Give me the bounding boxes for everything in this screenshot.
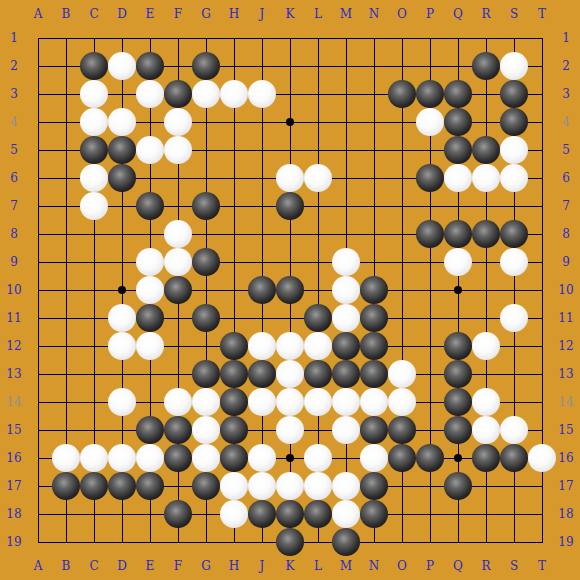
coord-bottom-G: G	[201, 560, 211, 572]
coord-right-7: 7	[562, 200, 570, 212]
stone-black-E7[interactable]	[136, 192, 164, 220]
stone-white-D4[interactable]	[108, 108, 136, 136]
hoshi-D10	[118, 286, 126, 294]
coord-top-H: H	[229, 8, 239, 20]
stone-black-M13[interactable]	[332, 360, 360, 388]
stone-white-P4[interactable]	[416, 108, 444, 136]
coord-bottom-B: B	[62, 560, 71, 572]
stone-white-L6[interactable]	[304, 164, 332, 192]
coord-right-18: 18	[558, 508, 573, 520]
stone-white-R6[interactable]	[472, 164, 500, 192]
stone-white-B16[interactable]	[52, 444, 80, 472]
stone-black-F15[interactable]	[164, 416, 192, 444]
coord-top-C: C	[89, 8, 98, 20]
stone-black-O3[interactable]	[388, 80, 416, 108]
stone-white-M17[interactable]	[332, 472, 360, 500]
stone-black-B17[interactable]	[52, 472, 80, 500]
coord-bottom-S: S	[510, 560, 518, 572]
coord-right-11: 11	[558, 312, 573, 324]
coord-top-D: D	[117, 8, 127, 20]
hoshi-K4	[286, 118, 294, 126]
coord-top-O: O	[397, 8, 407, 20]
stone-white-E10[interactable]	[136, 276, 164, 304]
stone-white-F5[interactable]	[164, 136, 192, 164]
coord-bottom-R: R	[481, 560, 490, 572]
stone-white-F14[interactable]	[164, 388, 192, 416]
stone-white-G15[interactable]	[192, 416, 220, 444]
stone-black-G9[interactable]	[192, 248, 220, 276]
stone-black-J10[interactable]	[248, 276, 276, 304]
coord-top-L: L	[314, 8, 322, 20]
stone-white-E16[interactable]	[136, 444, 164, 472]
stone-white-C6[interactable]	[80, 164, 108, 192]
stone-black-S8[interactable]	[500, 220, 528, 248]
coord-right-5: 5	[562, 144, 570, 156]
stone-black-Q8[interactable]	[444, 220, 472, 248]
stone-white-K12[interactable]	[276, 332, 304, 360]
coord-top-E: E	[146, 8, 155, 20]
stone-black-N12[interactable]	[360, 332, 388, 360]
coord-bottom-T: T	[538, 560, 546, 572]
coord-bottom-N: N	[369, 560, 380, 572]
coord-bottom-E: E	[146, 560, 155, 572]
coord-left-18: 18	[6, 508, 21, 520]
coord-right-12: 12	[558, 340, 573, 352]
coord-right-17: 17	[558, 480, 573, 492]
coord-bottom-D: D	[117, 560, 127, 572]
stone-white-F9[interactable]	[164, 248, 192, 276]
stone-white-M11[interactable]	[332, 304, 360, 332]
stone-white-H18[interactable]	[220, 500, 248, 528]
stone-white-M10[interactable]	[332, 276, 360, 304]
stone-white-S15[interactable]	[500, 416, 528, 444]
stone-black-L11[interactable]	[304, 304, 332, 332]
stone-black-D6[interactable]	[108, 164, 136, 192]
stone-white-Q9[interactable]	[444, 248, 472, 276]
coord-top-M: M	[340, 8, 352, 20]
stone-black-Q12[interactable]	[444, 332, 472, 360]
stone-black-P3[interactable]	[416, 80, 444, 108]
stone-white-D14[interactable]	[108, 388, 136, 416]
stone-black-G11[interactable]	[192, 304, 220, 332]
coord-top-S: S	[510, 8, 518, 20]
coord-top-J: J	[260, 8, 265, 20]
stone-white-R14[interactable]	[472, 388, 500, 416]
stone-black-O15[interactable]	[388, 416, 416, 444]
hoshi-Q10	[454, 286, 462, 294]
stone-white-S9[interactable]	[500, 248, 528, 276]
coord-top-A: A	[34, 8, 43, 20]
stone-white-R12[interactable]	[472, 332, 500, 360]
stone-white-G3[interactable]	[192, 80, 220, 108]
stone-white-N16[interactable]	[360, 444, 388, 472]
stone-black-R5[interactable]	[472, 136, 500, 164]
stone-white-M18[interactable]	[332, 500, 360, 528]
stone-white-E3[interactable]	[136, 80, 164, 108]
coord-bottom-O: O	[397, 560, 407, 572]
stone-white-J12[interactable]	[248, 332, 276, 360]
coord-left-6: 6	[10, 172, 18, 184]
coord-left-12: 12	[6, 340, 21, 352]
stone-white-H3[interactable]	[220, 80, 248, 108]
stone-white-L14[interactable]	[304, 388, 332, 416]
stone-black-L13[interactable]	[304, 360, 332, 388]
stone-black-K18[interactable]	[276, 500, 304, 528]
coord-bottom-Q: Q	[453, 560, 463, 572]
coord-right-16: 16	[558, 452, 573, 464]
stone-black-C17[interactable]	[80, 472, 108, 500]
stone-white-E9[interactable]	[136, 248, 164, 276]
stone-black-G17[interactable]	[192, 472, 220, 500]
stone-black-F10[interactable]	[164, 276, 192, 304]
coord-left-19: 19	[6, 536, 21, 548]
coord-right-14: 14	[558, 396, 573, 408]
stone-white-N14[interactable]	[360, 388, 388, 416]
hoshi-Q16	[454, 454, 462, 462]
stone-white-F4[interactable]	[164, 108, 192, 136]
stone-white-K13[interactable]	[276, 360, 304, 388]
stone-black-M19[interactable]	[332, 528, 360, 556]
stone-black-Q4[interactable]	[444, 108, 472, 136]
stone-black-G7[interactable]	[192, 192, 220, 220]
stone-black-K19[interactable]	[276, 528, 304, 556]
stone-white-G16[interactable]	[192, 444, 220, 472]
coord-left-2: 2	[10, 60, 18, 72]
stone-white-F8[interactable]	[164, 220, 192, 248]
stone-white-D2[interactable]	[108, 52, 136, 80]
stone-white-M9[interactable]	[332, 248, 360, 276]
coord-right-9: 9	[562, 256, 570, 268]
stone-white-K14[interactable]	[276, 388, 304, 416]
coord-bottom-C: C	[89, 560, 98, 572]
stone-black-D17[interactable]	[108, 472, 136, 500]
stone-black-P6[interactable]	[416, 164, 444, 192]
stone-black-G2[interactable]	[192, 52, 220, 80]
stone-black-N10[interactable]	[360, 276, 388, 304]
coord-right-8: 8	[562, 228, 570, 240]
coord-left-5: 5	[10, 144, 18, 156]
stone-white-E5[interactable]	[136, 136, 164, 164]
stone-white-G14[interactable]	[192, 388, 220, 416]
stone-black-R16[interactable]	[472, 444, 500, 472]
coord-right-6: 6	[562, 172, 570, 184]
stone-white-H17[interactable]	[220, 472, 248, 500]
coord-left-17: 17	[6, 480, 21, 492]
stone-black-N18[interactable]	[360, 500, 388, 528]
stone-black-D5[interactable]	[108, 136, 136, 164]
stone-white-L12[interactable]	[304, 332, 332, 360]
coord-left-3: 3	[10, 88, 18, 100]
coord-top-N: N	[369, 8, 380, 20]
stone-black-C2[interactable]	[80, 52, 108, 80]
stone-black-E17[interactable]	[136, 472, 164, 500]
coord-right-19: 19	[558, 536, 573, 548]
stone-black-Q17[interactable]	[444, 472, 472, 500]
coord-bottom-K: K	[286, 560, 295, 572]
coord-bottom-L: L	[314, 560, 322, 572]
stone-white-L16[interactable]	[304, 444, 332, 472]
stone-white-C7[interactable]	[80, 192, 108, 220]
coord-bottom-A: A	[34, 560, 43, 572]
stone-black-S4[interactable]	[500, 108, 528, 136]
stone-white-K6[interactable]	[276, 164, 304, 192]
coord-left-10: 10	[6, 284, 21, 296]
stone-black-R2[interactable]	[472, 52, 500, 80]
stone-black-N17[interactable]	[360, 472, 388, 500]
stone-black-H12[interactable]	[220, 332, 248, 360]
stone-white-Q6[interactable]	[444, 164, 472, 192]
stone-black-S3[interactable]	[500, 80, 528, 108]
stone-black-J18[interactable]	[248, 500, 276, 528]
stone-black-O16[interactable]	[388, 444, 416, 472]
coord-bottom-M: M	[340, 560, 352, 572]
stone-white-C16[interactable]	[80, 444, 108, 472]
stone-white-S5[interactable]	[500, 136, 528, 164]
coord-right-15: 15	[558, 424, 573, 436]
stone-white-J16[interactable]	[248, 444, 276, 472]
coord-top-G: G	[201, 8, 211, 20]
stone-white-T16[interactable]	[528, 444, 556, 472]
stone-white-M14[interactable]	[332, 388, 360, 416]
coord-left-9: 9	[10, 256, 18, 268]
stone-black-Q14[interactable]	[444, 388, 472, 416]
stone-black-R8[interactable]	[472, 220, 500, 248]
stone-black-P16[interactable]	[416, 444, 444, 472]
coord-left-13: 13	[6, 368, 21, 380]
coord-left-11: 11	[6, 312, 21, 324]
coord-left-14: 14	[6, 396, 21, 408]
stone-white-D16[interactable]	[108, 444, 136, 472]
stone-black-Q3[interactable]	[444, 80, 472, 108]
coord-top-P: P	[426, 8, 434, 20]
coord-top-T: T	[538, 8, 546, 20]
stone-white-J17[interactable]	[248, 472, 276, 500]
stone-black-S16[interactable]	[500, 444, 528, 472]
stone-white-D12[interactable]	[108, 332, 136, 360]
stone-white-D11[interactable]	[108, 304, 136, 332]
coord-right-3: 3	[562, 88, 570, 100]
stone-white-J3[interactable]	[248, 80, 276, 108]
stone-white-C3[interactable]	[80, 80, 108, 108]
stone-black-K7[interactable]	[276, 192, 304, 220]
stone-white-S6[interactable]	[500, 164, 528, 192]
stone-black-E11[interactable]	[136, 304, 164, 332]
stone-black-H13[interactable]	[220, 360, 248, 388]
stone-black-F18[interactable]	[164, 500, 192, 528]
stone-black-N11[interactable]	[360, 304, 388, 332]
stone-white-S11[interactable]	[500, 304, 528, 332]
stone-white-K17[interactable]	[276, 472, 304, 500]
stone-black-M12[interactable]	[332, 332, 360, 360]
coord-top-K: K	[286, 8, 295, 20]
coord-top-Q: Q	[453, 8, 463, 20]
coord-top-R: R	[481, 8, 490, 20]
stone-black-H14[interactable]	[220, 388, 248, 416]
coord-left-16: 16	[6, 452, 21, 464]
coord-bottom-H: H	[229, 560, 239, 572]
coord-right-4: 4	[562, 116, 570, 128]
stone-white-L17[interactable]	[304, 472, 332, 500]
stone-white-K15[interactable]	[276, 416, 304, 444]
coord-right-13: 13	[558, 368, 573, 380]
stone-black-J13[interactable]	[248, 360, 276, 388]
stone-black-G13[interactable]	[192, 360, 220, 388]
coord-left-15: 15	[6, 424, 21, 436]
hoshi-K16	[286, 454, 294, 462]
stone-white-R15[interactable]	[472, 416, 500, 444]
stone-black-Q15[interactable]	[444, 416, 472, 444]
stone-black-H15[interactable]	[220, 416, 248, 444]
stone-black-N13[interactable]	[360, 360, 388, 388]
coord-right-1: 1	[562, 32, 570, 44]
stone-black-H16[interactable]	[220, 444, 248, 472]
stone-black-E2[interactable]	[136, 52, 164, 80]
coord-top-F: F	[174, 8, 182, 20]
stone-black-Q13[interactable]	[444, 360, 472, 388]
coord-bottom-F: F	[174, 560, 182, 572]
coord-left-7: 7	[10, 200, 18, 212]
stone-white-E12[interactable]	[136, 332, 164, 360]
coord-left-8: 8	[10, 228, 18, 240]
stone-black-K10[interactable]	[276, 276, 304, 304]
coord-bottom-P: P	[426, 560, 434, 572]
stone-white-O13[interactable]	[388, 360, 416, 388]
stone-white-M15[interactable]	[332, 416, 360, 444]
coord-left-4: 4	[10, 116, 18, 128]
stone-black-E15[interactable]	[136, 416, 164, 444]
coord-top-B: B	[62, 8, 71, 20]
stone-black-N15[interactable]	[360, 416, 388, 444]
stone-white-S2[interactable]	[500, 52, 528, 80]
stone-black-C5[interactable]	[80, 136, 108, 164]
stone-black-Q5[interactable]	[444, 136, 472, 164]
stone-black-F16[interactable]	[164, 444, 192, 472]
stone-white-C4[interactable]	[80, 108, 108, 136]
stone-white-O14[interactable]	[388, 388, 416, 416]
stone-black-P8[interactable]	[416, 220, 444, 248]
stone-black-F3[interactable]	[164, 80, 192, 108]
stone-black-L18[interactable]	[304, 500, 332, 528]
coord-right-2: 2	[562, 60, 570, 72]
coord-left-1: 1	[10, 32, 18, 44]
stone-white-J14[interactable]	[248, 388, 276, 416]
go-board-screen: ABCDEFGHJKLMNOPQRST ABCDEFGHJKLMNOPQRST …	[0, 0, 580, 580]
coord-right-10: 10	[558, 284, 573, 296]
coord-bottom-J: J	[260, 560, 265, 572]
